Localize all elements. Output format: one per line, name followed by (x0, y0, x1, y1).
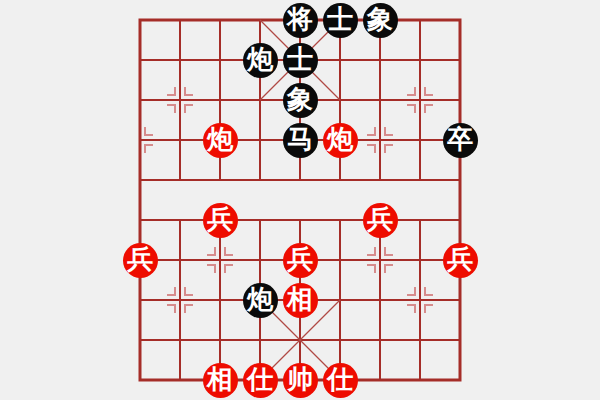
piece-black-elephant[interactable]: 象 (283, 83, 318, 118)
piece-red-soldier[interactable]: 兵 (283, 243, 318, 278)
piece-black-advisor[interactable]: 士 (323, 3, 358, 38)
piece-black-cannon[interactable]: 炮 (243, 43, 278, 78)
piece-red-soldier[interactable]: 兵 (123, 243, 158, 278)
piece-red-cannon[interactable]: 炮 (323, 123, 358, 158)
piece-black-cannon[interactable]: 炮 (243, 283, 278, 318)
piece-black-general[interactable]: 将 (283, 3, 318, 38)
piece-red-elephant[interactable]: 相 (283, 283, 318, 318)
piece-red-soldier[interactable]: 兵 (363, 203, 398, 238)
piece-red-advisor[interactable]: 仕 (243, 363, 278, 398)
piece-red-soldier[interactable]: 兵 (443, 243, 478, 278)
piece-red-soldier[interactable]: 兵 (203, 203, 238, 238)
piece-red-cannon[interactable]: 炮 (203, 123, 238, 158)
piece-red-general[interactable]: 帅 (283, 363, 318, 398)
piece-red-elephant[interactable]: 相 (203, 363, 238, 398)
xiangqi-app: 将士象炮士象马卒炮炮炮兵兵兵兵兵相相仕帅仕 (0, 0, 600, 400)
piece-black-horse[interactable]: 马 (283, 123, 318, 158)
piece-red-advisor[interactable]: 仕 (323, 363, 358, 398)
piece-black-advisor[interactable]: 士 (283, 43, 318, 78)
piece-black-elephant[interactable]: 象 (363, 3, 398, 38)
pieces-layer: 将士象炮士象马卒炮炮炮兵兵兵兵兵相相仕帅仕 (120, 0, 480, 400)
piece-black-soldier[interactable]: 卒 (443, 123, 478, 158)
xiangqi-board: 将士象炮士象马卒炮炮炮兵兵兵兵兵相相仕帅仕 (120, 0, 480, 400)
